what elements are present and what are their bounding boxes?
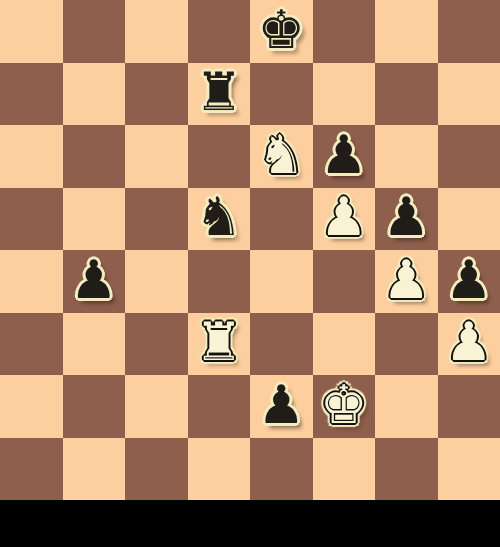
- square-g1[interactable]: [375, 438, 438, 501]
- square-g3[interactable]: [375, 313, 438, 376]
- square-c5[interactable]: [125, 188, 188, 251]
- square-e6[interactable]: ♞: [250, 125, 313, 188]
- square-g6[interactable]: [375, 125, 438, 188]
- square-d3[interactable]: ♜: [188, 313, 251, 376]
- square-c7[interactable]: [125, 63, 188, 126]
- square-c3[interactable]: [125, 313, 188, 376]
- black-pawn[interactable]: ♟: [257, 378, 305, 431]
- square-g5[interactable]: ♟: [375, 188, 438, 251]
- square-b2[interactable]: [63, 375, 126, 438]
- square-f1[interactable]: [313, 438, 376, 501]
- square-e7[interactable]: [250, 63, 313, 126]
- white-pawn[interactable]: ♟: [320, 190, 368, 243]
- white-rook[interactable]: ♜: [195, 315, 243, 368]
- white-king[interactable]: ♚: [320, 378, 368, 431]
- square-f8[interactable]: [313, 0, 376, 63]
- black-pawn[interactable]: ♟: [382, 190, 430, 243]
- square-a7[interactable]: [0, 63, 63, 126]
- black-knight[interactable]: ♞: [195, 190, 243, 243]
- square-b7[interactable]: [63, 63, 126, 126]
- square-g2[interactable]: [375, 375, 438, 438]
- square-g4[interactable]: ♟: [375, 250, 438, 313]
- white-knight[interactable]: ♞: [257, 128, 305, 181]
- square-f6[interactable]: ♟: [313, 125, 376, 188]
- square-h4[interactable]: ♟: [438, 250, 500, 313]
- square-b4[interactable]: ♟: [63, 250, 126, 313]
- black-pawn[interactable]: ♟: [445, 253, 493, 306]
- square-f7[interactable]: [313, 63, 376, 126]
- square-a3[interactable]: [0, 313, 63, 376]
- square-d6[interactable]: [188, 125, 251, 188]
- white-pawn[interactable]: ♟: [445, 315, 493, 368]
- square-a4[interactable]: [0, 250, 63, 313]
- square-g8[interactable]: [375, 0, 438, 63]
- square-b1[interactable]: [63, 438, 126, 501]
- square-e2[interactable]: ♟: [250, 375, 313, 438]
- square-c1[interactable]: [125, 438, 188, 501]
- square-g7[interactable]: [375, 63, 438, 126]
- square-d8[interactable]: [188, 0, 251, 63]
- square-h2[interactable]: [438, 375, 500, 438]
- square-a5[interactable]: [0, 188, 63, 251]
- square-b5[interactable]: [63, 188, 126, 251]
- black-king[interactable]: ♚: [257, 3, 305, 56]
- square-e3[interactable]: [250, 313, 313, 376]
- square-d5[interactable]: ♞: [188, 188, 251, 251]
- square-h6[interactable]: [438, 125, 500, 188]
- square-e4[interactable]: [250, 250, 313, 313]
- square-f5[interactable]: ♟: [313, 188, 376, 251]
- chess-board: ♚♜♞♟♞♟♟♟♟♟♜♟♟♚: [0, 0, 500, 500]
- chess-app: ♚♜♞♟♞♟♟♟♟♟♜♟♟♚: [0, 0, 500, 547]
- black-pawn[interactable]: ♟: [320, 128, 368, 181]
- square-b8[interactable]: [63, 0, 126, 63]
- square-f4[interactable]: [313, 250, 376, 313]
- square-h5[interactable]: [438, 188, 500, 251]
- square-a1[interactable]: [0, 438, 63, 501]
- square-d1[interactable]: [188, 438, 251, 501]
- black-pawn[interactable]: ♟: [70, 253, 118, 306]
- square-e5[interactable]: [250, 188, 313, 251]
- square-c2[interactable]: [125, 375, 188, 438]
- square-h8[interactable]: [438, 0, 500, 63]
- square-d2[interactable]: [188, 375, 251, 438]
- black-rook[interactable]: ♜: [195, 65, 243, 118]
- square-a8[interactable]: [0, 0, 63, 63]
- white-pawn[interactable]: ♟: [382, 253, 430, 306]
- square-h7[interactable]: [438, 63, 500, 126]
- square-d7[interactable]: ♜: [188, 63, 251, 126]
- square-a2[interactable]: [0, 375, 63, 438]
- square-c6[interactable]: [125, 125, 188, 188]
- square-a6[interactable]: [0, 125, 63, 188]
- bottom-bar: [0, 500, 500, 547]
- square-b3[interactable]: [63, 313, 126, 376]
- square-d4[interactable]: [188, 250, 251, 313]
- square-e8[interactable]: ♚: [250, 0, 313, 63]
- square-f2[interactable]: ♚: [313, 375, 376, 438]
- square-b6[interactable]: [63, 125, 126, 188]
- square-h3[interactable]: ♟: [438, 313, 500, 376]
- square-e1[interactable]: [250, 438, 313, 501]
- square-c4[interactable]: [125, 250, 188, 313]
- square-c8[interactable]: [125, 0, 188, 63]
- square-f3[interactable]: [313, 313, 376, 376]
- square-h1[interactable]: [438, 438, 500, 501]
